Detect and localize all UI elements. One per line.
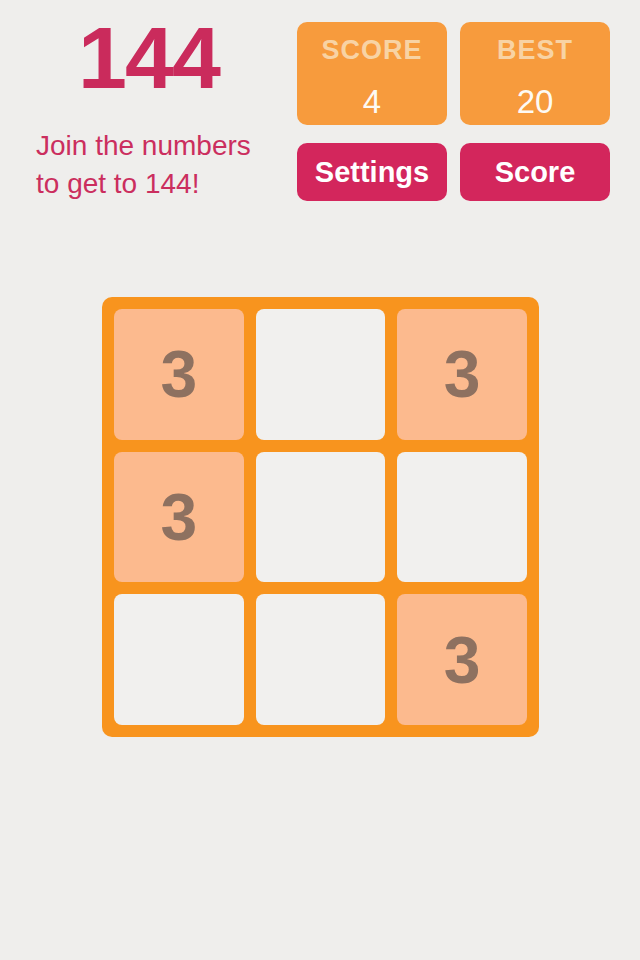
score-value: 4 <box>297 83 447 121</box>
score-button[interactable]: Score <box>460 143 610 201</box>
board-cell-r2c2 <box>256 452 386 583</box>
best-value: 20 <box>460 83 610 121</box>
game-board[interactable]: 3333 <box>102 297 539 737</box>
settings-button[interactable]: Settings <box>297 143 447 201</box>
game-title: 144 <box>0 12 297 104</box>
game-subtitle-line1: Join the numbers <box>36 127 251 165</box>
board-cell-r3c1 <box>114 594 244 725</box>
best-label: BEST <box>460 35 610 66</box>
board-cell-r1c3: 3 <box>397 309 527 440</box>
game-subtitle: Join the numbers to get to 144! <box>36 127 251 203</box>
board-cell-r3c3: 3 <box>397 594 527 725</box>
app-root: 144 Join the numbers to get to 144! SCOR… <box>0 0 640 960</box>
score-box: SCORE 4 <box>297 22 447 125</box>
board-cell-r1c1: 3 <box>114 309 244 440</box>
board-cell-r1c2 <box>256 309 386 440</box>
board-cell-r2c3 <box>397 452 527 583</box>
best-box: BEST 20 <box>460 22 610 125</box>
board-cell-r3c2 <box>256 594 386 725</box>
board-cell-r2c1: 3 <box>114 452 244 583</box>
score-label: SCORE <box>297 35 447 66</box>
game-subtitle-line2: to get to 144! <box>36 165 251 203</box>
